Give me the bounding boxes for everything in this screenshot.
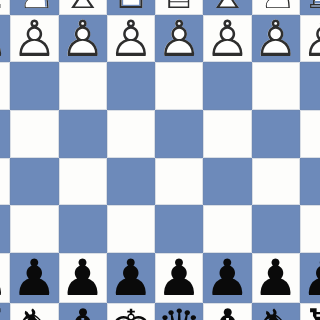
square-d4[interactable] — [155, 110, 203, 158]
square-b2[interactable]: ♟︎♙ — [252, 15, 300, 63]
square-c8[interactable]: ♝ — [203, 303, 251, 320]
black-rook[interactable]: ♜ — [0, 303, 10, 320]
square-h5[interactable] — [0, 158, 10, 206]
white-pawn-outline: ♙ — [59, 15, 107, 63]
black-pawn[interactable]: ♟︎ — [59, 253, 107, 303]
square-d2[interactable]: ♟︎♙ — [155, 15, 203, 63]
square-f6[interactable] — [59, 205, 107, 253]
square-e2[interactable]: ♟︎♙ — [107, 15, 155, 63]
chess-board: ♜♖♞♘♝♗♚♔♛♕♝♗♞♘♜♖♟︎♙♟︎♙♟︎♙♟︎♙♟︎♙♟︎♙♟︎♙♟︎♙… — [0, 0, 320, 320]
square-a6[interactable] — [300, 205, 320, 253]
square-g8[interactable]: ♞ — [10, 303, 58, 320]
square-h2[interactable]: ♟︎♙ — [0, 15, 10, 63]
square-f7[interactable]: ♟︎ — [59, 253, 107, 303]
square-g4[interactable] — [10, 110, 58, 158]
black-knight[interactable]: ♞ — [10, 303, 58, 320]
white-pawn[interactable]: ♟︎♙ — [300, 15, 320, 63]
white-pawn-outline: ♙ — [203, 15, 251, 63]
square-c3[interactable] — [203, 62, 251, 110]
square-a8[interactable]: ♜ — [300, 303, 320, 320]
square-h4[interactable] — [0, 110, 10, 158]
black-pawn[interactable]: ♟︎ — [0, 253, 10, 303]
square-e8[interactable]: ♚ — [107, 303, 155, 320]
white-pawn[interactable]: ♟︎♙ — [107, 15, 155, 63]
white-pawn-outline: ♙ — [107, 15, 155, 63]
square-d7[interactable]: ♟︎ — [155, 253, 203, 303]
square-e4[interactable] — [107, 110, 155, 158]
square-f2[interactable]: ♟︎♙ — [59, 15, 107, 63]
black-knight[interactable]: ♞ — [252, 303, 300, 320]
black-rook[interactable]: ♜ — [300, 303, 320, 320]
board-viewport: ♜♖♞♘♝♗♚♔♛♕♝♗♞♘♜♖♟︎♙♟︎♙♟︎♙♟︎♙♟︎♙♟︎♙♟︎♙♟︎♙… — [0, 0, 320, 320]
square-a7[interactable]: ♟︎ — [300, 253, 320, 303]
white-pawn[interactable]: ♟︎♙ — [0, 15, 10, 63]
square-g7[interactable]: ♟︎ — [10, 253, 58, 303]
square-h6[interactable] — [0, 205, 10, 253]
square-f3[interactable] — [59, 62, 107, 110]
black-king[interactable]: ♚ — [107, 303, 155, 320]
square-a2[interactable]: ♟︎♙ — [300, 15, 320, 63]
square-d3[interactable] — [155, 62, 203, 110]
square-b6[interactable] — [252, 205, 300, 253]
black-pawn[interactable]: ♟︎ — [252, 253, 300, 303]
white-pawn[interactable]: ♟︎♙ — [59, 15, 107, 63]
square-a4[interactable] — [300, 110, 320, 158]
square-h7[interactable]: ♟︎ — [0, 253, 10, 303]
square-e5[interactable] — [107, 158, 155, 206]
white-pawn-outline: ♙ — [252, 15, 300, 63]
white-pawn-outline: ♙ — [0, 15, 10, 63]
square-a3[interactable] — [300, 62, 320, 110]
square-c5[interactable] — [203, 158, 251, 206]
square-b4[interactable] — [252, 110, 300, 158]
black-pawn[interactable]: ♟︎ — [155, 253, 203, 303]
white-pawn[interactable]: ♟︎♙ — [155, 15, 203, 63]
square-f5[interactable] — [59, 158, 107, 206]
white-pawn[interactable]: ♟︎♙ — [252, 15, 300, 63]
square-e6[interactable] — [107, 205, 155, 253]
black-bishop[interactable]: ♝ — [203, 303, 251, 320]
white-pawn-outline: ♙ — [155, 15, 203, 63]
square-g3[interactable] — [10, 62, 58, 110]
black-pawn[interactable]: ♟︎ — [300, 253, 320, 303]
black-pawn[interactable]: ♟︎ — [203, 253, 251, 303]
black-bishop[interactable]: ♝ — [59, 303, 107, 320]
square-c6[interactable] — [203, 205, 251, 253]
square-d8[interactable]: ♛ — [155, 303, 203, 320]
square-d6[interactable] — [155, 205, 203, 253]
square-c2[interactable]: ♟︎♙ — [203, 15, 251, 63]
square-f4[interactable] — [59, 110, 107, 158]
square-b3[interactable] — [252, 62, 300, 110]
square-h8[interactable]: ♜ — [0, 303, 10, 320]
square-b5[interactable] — [252, 158, 300, 206]
black-queen[interactable]: ♛ — [155, 303, 203, 320]
square-e3[interactable] — [107, 62, 155, 110]
square-c4[interactable] — [203, 110, 251, 158]
white-pawn[interactable]: ♟︎♙ — [203, 15, 251, 63]
black-pawn[interactable]: ♟︎ — [107, 253, 155, 303]
square-d5[interactable] — [155, 158, 203, 206]
square-f8[interactable]: ♝ — [59, 303, 107, 320]
square-a5[interactable] — [300, 158, 320, 206]
white-pawn[interactable]: ♟︎♙ — [10, 15, 58, 63]
square-b7[interactable]: ♟︎ — [252, 253, 300, 303]
white-pawn-outline: ♙ — [10, 15, 58, 63]
square-g5[interactable] — [10, 158, 58, 206]
square-h3[interactable] — [0, 62, 10, 110]
square-g2[interactable]: ♟︎♙ — [10, 15, 58, 63]
square-b8[interactable]: ♞ — [252, 303, 300, 320]
black-pawn[interactable]: ♟︎ — [10, 253, 58, 303]
square-c7[interactable]: ♟︎ — [203, 253, 251, 303]
square-e7[interactable]: ♟︎ — [107, 253, 155, 303]
white-pawn-outline: ♙ — [300, 15, 320, 63]
square-g6[interactable] — [10, 205, 58, 253]
